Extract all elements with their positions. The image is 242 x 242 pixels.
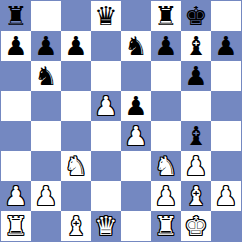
chess-diagram: ♜♛♜♚♟♟♟♞♟♝♟♞♟♟♟♟♝♞♞♟♟♟♟♝♟♜♝♛♜♚ <box>0 0 242 242</box>
square-a5[interactable] <box>1 91 31 121</box>
square-f5[interactable] <box>151 91 181 121</box>
black-queen[interactable]: ♛ <box>94 1 117 31</box>
square-g1[interactable]: ♚ <box>181 211 211 241</box>
square-e6[interactable] <box>121 61 151 91</box>
square-f7[interactable]: ♟ <box>151 31 181 61</box>
square-a1[interactable]: ♜ <box>1 211 31 241</box>
square-d6[interactable] <box>91 61 121 91</box>
square-a2[interactable]: ♟ <box>1 181 31 211</box>
square-e2[interactable] <box>121 181 151 211</box>
square-d5[interactable]: ♟ <box>91 91 121 121</box>
white-king[interactable]: ♚ <box>184 211 207 241</box>
square-e4[interactable]: ♟ <box>121 121 151 151</box>
square-b3[interactable] <box>31 151 61 181</box>
square-a8[interactable]: ♜ <box>1 1 31 31</box>
black-rook[interactable]: ♜ <box>4 1 27 31</box>
square-b6[interactable]: ♞ <box>31 61 61 91</box>
square-h7[interactable]: ♟ <box>211 31 241 61</box>
black-rook[interactable]: ♜ <box>154 1 177 31</box>
black-bishop[interactable]: ♝ <box>184 121 207 151</box>
square-c6[interactable] <box>61 61 91 91</box>
white-rook[interactable]: ♜ <box>4 211 27 241</box>
square-h8[interactable] <box>211 1 241 31</box>
square-h5[interactable] <box>211 91 241 121</box>
square-f1[interactable]: ♜ <box>151 211 181 241</box>
square-h6[interactable] <box>211 61 241 91</box>
square-g3[interactable]: ♟ <box>181 151 211 181</box>
white-pawn[interactable]: ♟ <box>4 181 27 211</box>
square-f4[interactable] <box>151 121 181 151</box>
black-pawn[interactable]: ♟ <box>214 31 237 61</box>
black-pawn[interactable]: ♟ <box>184 61 207 91</box>
square-f2[interactable]: ♟ <box>151 181 181 211</box>
black-pawn[interactable]: ♟ <box>64 31 87 61</box>
square-c1[interactable]: ♝ <box>61 211 91 241</box>
square-e3[interactable] <box>121 151 151 181</box>
square-g4[interactable]: ♝ <box>181 121 211 151</box>
square-c5[interactable] <box>61 91 91 121</box>
square-a4[interactable] <box>1 121 31 151</box>
black-pawn[interactable]: ♟ <box>154 31 177 61</box>
square-f8[interactable]: ♜ <box>151 1 181 31</box>
square-d4[interactable] <box>91 121 121 151</box>
square-g8[interactable]: ♚ <box>181 1 211 31</box>
square-b2[interactable]: ♟ <box>31 181 61 211</box>
square-d2[interactable] <box>91 181 121 211</box>
white-pawn[interactable]: ♟ <box>124 121 147 151</box>
square-g2[interactable]: ♝ <box>181 181 211 211</box>
square-c4[interactable] <box>61 121 91 151</box>
square-d8[interactable]: ♛ <box>91 1 121 31</box>
square-h3[interactable] <box>211 151 241 181</box>
square-a3[interactable] <box>1 151 31 181</box>
square-g6[interactable]: ♟ <box>181 61 211 91</box>
square-b4[interactable] <box>31 121 61 151</box>
square-f3[interactable]: ♞ <box>151 151 181 181</box>
square-a7[interactable]: ♟ <box>1 31 31 61</box>
square-e1[interactable] <box>121 211 151 241</box>
black-pawn[interactable]: ♟ <box>124 91 147 121</box>
white-rook[interactable]: ♜ <box>154 211 177 241</box>
square-d3[interactable] <box>91 151 121 181</box>
black-king[interactable]: ♚ <box>184 1 207 31</box>
white-bishop[interactable]: ♝ <box>184 181 207 211</box>
square-h1[interactable] <box>211 211 241 241</box>
black-pawn[interactable]: ♟ <box>4 31 27 61</box>
square-f6[interactable] <box>151 61 181 91</box>
white-pawn[interactable]: ♟ <box>154 181 177 211</box>
square-h2[interactable]: ♟ <box>211 181 241 211</box>
square-c3[interactable]: ♞ <box>61 151 91 181</box>
square-b1[interactable] <box>31 211 61 241</box>
black-knight[interactable]: ♞ <box>124 31 147 61</box>
square-e7[interactable]: ♞ <box>121 31 151 61</box>
white-knight[interactable]: ♞ <box>64 151 87 181</box>
chess-board: ♜♛♜♚♟♟♟♞♟♝♟♞♟♟♟♟♝♞♞♟♟♟♟♝♟♜♝♛♜♚ <box>0 0 242 242</box>
square-c2[interactable] <box>61 181 91 211</box>
square-g7[interactable]: ♝ <box>181 31 211 61</box>
square-c8[interactable] <box>61 1 91 31</box>
white-pawn[interactable]: ♟ <box>184 151 207 181</box>
square-b5[interactable] <box>31 91 61 121</box>
square-g5[interactable] <box>181 91 211 121</box>
white-bishop[interactable]: ♝ <box>64 211 87 241</box>
white-pawn[interactable]: ♟ <box>214 181 237 211</box>
square-e5[interactable]: ♟ <box>121 91 151 121</box>
white-knight[interactable]: ♞ <box>154 151 177 181</box>
white-queen[interactable]: ♛ <box>94 211 117 241</box>
square-c7[interactable]: ♟ <box>61 31 91 61</box>
square-h4[interactable] <box>211 121 241 151</box>
square-a6[interactable] <box>1 61 31 91</box>
black-pawn[interactable]: ♟ <box>34 31 57 61</box>
square-e8[interactable] <box>121 1 151 31</box>
square-d1[interactable]: ♛ <box>91 211 121 241</box>
black-knight[interactable]: ♞ <box>34 61 57 91</box>
square-b8[interactable] <box>31 1 61 31</box>
black-bishop[interactable]: ♝ <box>184 31 207 61</box>
white-pawn[interactable]: ♟ <box>94 91 117 121</box>
square-b7[interactable]: ♟ <box>31 31 61 61</box>
square-d7[interactable] <box>91 31 121 61</box>
white-pawn[interactable]: ♟ <box>34 181 57 211</box>
